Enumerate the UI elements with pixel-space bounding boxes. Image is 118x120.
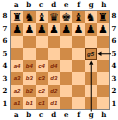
black-pawn-piece-icon: ♟ [73, 24, 83, 35]
file-label-c: c [35, 0, 48, 10]
square-c3: c3 [36, 72, 48, 84]
black-pawn-piece-icon: ♟ [98, 24, 108, 35]
square-f6 [72, 36, 84, 48]
file-labels-bottom: abcdefgh [10, 110, 110, 120]
square-name-label-b4: b4 [26, 63, 33, 69]
rank-label-4: 4 [0, 60, 10, 73]
square-c1: c1 [36, 97, 48, 109]
square-d1: d1 [48, 97, 60, 109]
file-label-e: e [60, 110, 73, 120]
square-name-label-c3: c3 [38, 75, 45, 81]
file-label-f: f [73, 0, 86, 10]
rank-label-1: 1 [0, 98, 10, 111]
square-d7: ♟ [48, 23, 60, 35]
square-d6 [48, 36, 60, 48]
black-king-piece-icon: ♚ [61, 12, 71, 23]
file-label-a: a [10, 110, 23, 120]
square-name-label-a1: a1 [14, 100, 21, 106]
square-c2: c2 [36, 85, 48, 97]
square-name-label-d1: d1 [50, 100, 57, 106]
square-e6 [60, 36, 72, 48]
square-f2 [72, 85, 84, 97]
square-h4 [97, 60, 109, 72]
square-f4 [72, 60, 84, 72]
square-a3: a3 [11, 72, 23, 84]
square-f1 [72, 97, 84, 109]
square-a4: a4 [11, 60, 23, 72]
black-pawn-piece-icon: ♟ [86, 24, 96, 35]
square-name-label-a3: a3 [14, 75, 21, 81]
square-name-label-d4: d4 [50, 63, 57, 69]
rank-label-1: 1 [110, 98, 118, 111]
square-g3 [85, 72, 97, 84]
square-c4: c4 [36, 60, 48, 72]
square-e3 [60, 72, 72, 84]
square-e4 [60, 60, 72, 72]
square-name-label-a2: a2 [14, 88, 21, 94]
square-a5 [11, 48, 23, 60]
square-name-label-d2: d2 [50, 88, 57, 94]
square-c5 [36, 48, 48, 60]
square-g1 [85, 97, 97, 109]
square-b5 [23, 48, 35, 60]
square-f8: ♝ [72, 11, 84, 23]
square-g7: ♟ [85, 23, 97, 35]
square-h5 [97, 48, 109, 60]
square-name-label-b1: b1 [26, 100, 33, 106]
square-name-label-b3: b3 [26, 75, 33, 81]
square-g8: ♞ [85, 11, 97, 23]
square-h2 [97, 85, 109, 97]
rank-labels-right: 87654321 [110, 10, 118, 110]
square-b4: b4 [23, 60, 35, 72]
square-name-label-d3: d3 [50, 75, 57, 81]
rank-label-6: 6 [110, 35, 118, 48]
square-name-label-c4: c4 [38, 63, 45, 69]
file-label-b: b [23, 110, 36, 120]
file-labels-top: abcdefgh [10, 0, 110, 10]
chess-notation-diagram: abcdefgh abcdefgh 87654321 87654321 ♜♞♝♛… [0, 0, 118, 120]
square-e7: ♟ [60, 23, 72, 35]
black-bishop-piece-icon: ♝ [73, 12, 83, 23]
square-d8: ♛ [48, 11, 60, 23]
black-rook-piece-icon: ♜ [12, 12, 22, 23]
square-a7: ♟ [11, 23, 23, 35]
square-e8: ♚ [60, 11, 72, 23]
square-a1: a1 [11, 97, 23, 109]
rank-labels-left: 87654321 [0, 10, 10, 110]
square-b6 [23, 36, 35, 48]
file-label-h: h [98, 0, 111, 10]
square-h7: ♟ [97, 23, 109, 35]
square-d3: d3 [48, 72, 60, 84]
black-rook-piece-icon: ♜ [98, 12, 108, 23]
square-a2: a2 [11, 85, 23, 97]
square-b8: ♞ [23, 11, 35, 23]
file-label-e: e [60, 0, 73, 10]
square-h6 [97, 36, 109, 48]
rank-label-7: 7 [110, 23, 118, 36]
square-h1 [97, 97, 109, 109]
square-b7: ♟ [23, 23, 35, 35]
rank-label-8: 8 [0, 10, 10, 23]
square-b3: b3 [23, 72, 35, 84]
black-pawn-piece-icon: ♟ [37, 24, 47, 35]
square-d5 [48, 48, 60, 60]
square-name-label-b2: b2 [26, 88, 33, 94]
black-knight-piece-icon: ♞ [86, 12, 96, 23]
rank-label-5: 5 [0, 48, 10, 61]
square-a6 [11, 36, 23, 48]
black-pawn-piece-icon: ♟ [24, 24, 34, 35]
square-b1: b1 [23, 97, 35, 109]
rank-label-3: 3 [110, 73, 118, 86]
file-label-d: d [48, 110, 61, 120]
square-name-label-c1: c1 [38, 100, 45, 106]
square-h3 [97, 72, 109, 84]
rank-label-8: 8 [110, 10, 118, 23]
file-label-b: b [23, 0, 36, 10]
square-c7: ♟ [36, 23, 48, 35]
rank-label-2: 2 [110, 85, 118, 98]
file-label-h: h [98, 110, 111, 120]
square-g6 [85, 36, 97, 48]
square-h8: ♜ [97, 11, 109, 23]
square-e2 [60, 85, 72, 97]
square-f5 [72, 48, 84, 60]
highlighted-square-label-g5: g5 [87, 51, 94, 57]
file-label-c: c [35, 110, 48, 120]
file-label-g: g [85, 0, 98, 10]
rank-label-4: 4 [110, 60, 118, 73]
square-d4: d4 [48, 60, 60, 72]
square-name-label-c2: c2 [38, 88, 45, 94]
file-label-d: d [48, 0, 61, 10]
rank-label-5: 5 [110, 48, 118, 61]
square-e5 [60, 48, 72, 60]
black-queen-piece-icon: ♛ [49, 12, 59, 23]
square-g2 [85, 85, 97, 97]
file-label-f: f [73, 110, 86, 120]
square-name-label-a4: a4 [14, 63, 21, 69]
rank-label-2: 2 [0, 85, 10, 98]
file-label-g: g [85, 110, 98, 120]
rank-label-6: 6 [0, 35, 10, 48]
square-g5: g5 [85, 48, 97, 60]
square-f7: ♟ [72, 23, 84, 35]
rank-label-7: 7 [0, 23, 10, 36]
square-e1 [60, 97, 72, 109]
square-a8: ♜ [11, 11, 23, 23]
black-pawn-piece-icon: ♟ [12, 24, 22, 35]
file-label-a: a [10, 0, 23, 10]
chess-board: ♜♞♝♛♚♝♞♜♟♟♟♟♟♟♟♟g5a4b4c4d4a3b3c3d3a2b2c2… [10, 10, 110, 110]
square-g4 [85, 60, 97, 72]
square-b2: b2 [23, 85, 35, 97]
square-f3 [72, 72, 84, 84]
square-c6 [36, 36, 48, 48]
black-pawn-piece-icon: ♟ [61, 24, 71, 35]
square-c8: ♝ [36, 11, 48, 23]
black-knight-piece-icon: ♞ [24, 12, 34, 23]
square-d2: d2 [48, 85, 60, 97]
black-pawn-piece-icon: ♟ [49, 24, 59, 35]
rank-label-3: 3 [0, 73, 10, 86]
black-bishop-piece-icon: ♝ [37, 12, 47, 23]
